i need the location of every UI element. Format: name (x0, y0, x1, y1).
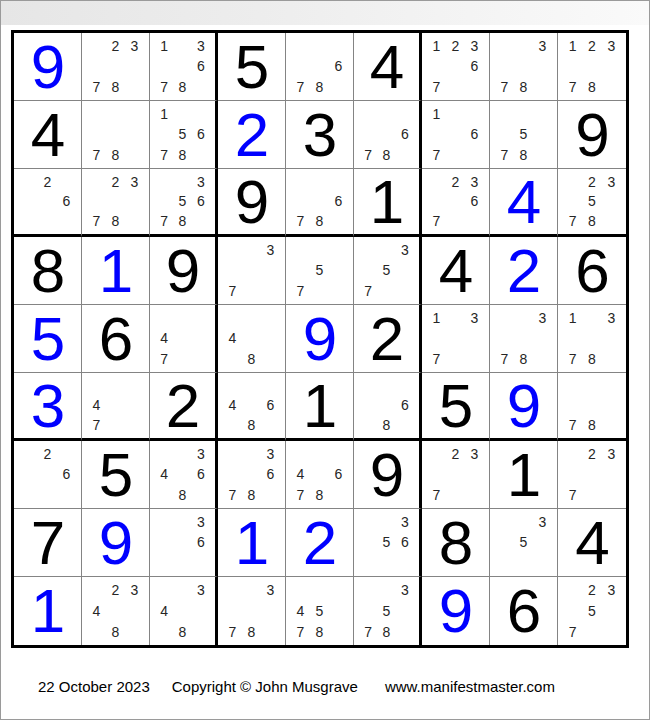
candidate-pos-6: 6 (329, 192, 348, 212)
candidate-pos-5 (377, 396, 395, 416)
candidate-pos-2: 2 (582, 172, 601, 192)
candidate-pos-8: 8 (514, 77, 533, 97)
candidate-pos-2 (377, 512, 395, 532)
cell-r8c4[interactable]: 1 (218, 509, 286, 577)
cell-r6c1[interactable]: 3 (14, 373, 82, 441)
candidate-pos-9 (396, 145, 414, 165)
candidate-pos-6 (125, 396, 144, 416)
candidate-pos-8: 8 (310, 485, 329, 505)
cell-r1c7[interactable]: 12367 (422, 33, 490, 101)
cell-r4c8[interactable]: 2 (490, 237, 558, 305)
cell-r5c4[interactable]: 48 (218, 305, 286, 373)
cell-r3c7[interactable]: 2367 (422, 169, 490, 237)
cell-r8c3[interactable]: 36 (150, 509, 218, 577)
given-digit: 5 (99, 444, 132, 506)
candidate-marks: 57 (286, 237, 353, 304)
candidate-pos-1 (427, 172, 446, 192)
cell-r6c8[interactable]: 9 (490, 373, 558, 441)
candidate-pos-8: 8 (173, 485, 191, 505)
given-digit: 5 (235, 36, 268, 98)
candidate-pos-6: 6 (192, 192, 210, 212)
given-digit: 4 (370, 36, 403, 98)
candidate-pos-9 (602, 485, 621, 505)
candidate-pos-5 (446, 192, 465, 212)
candidate-marks: 47 (150, 305, 215, 372)
candidate-pos-2 (242, 444, 261, 464)
candidate-pos-1 (563, 444, 582, 464)
candidate-pos-6 (125, 56, 144, 76)
cell-r7c5[interactable]: 4678 (286, 441, 354, 509)
candidate-pos-6: 6 (396, 124, 414, 144)
footer: 22 October 2023Copyright © John Musgrave… (38, 678, 555, 695)
candidate-pos-6 (602, 192, 621, 212)
candidate-pos-3: 3 (261, 444, 280, 464)
candidate-pos-2 (173, 512, 191, 532)
candidate-pos-9 (465, 145, 484, 165)
cell-r2c1[interactable]: 4 (14, 101, 82, 169)
candidate-pos-1 (155, 308, 173, 328)
candidate-pos-8 (446, 485, 465, 505)
candidate-pos-2 (310, 36, 329, 56)
candidate-pos-2 (582, 308, 601, 328)
footer-website: www.manifestmaster.com (385, 678, 555, 695)
candidate-pos-6: 6 (329, 464, 348, 484)
candidate-pos-9 (192, 553, 210, 573)
candidate-pos-9 (533, 349, 552, 369)
candidate-pos-3: 3 (192, 512, 210, 532)
cell-r9c5[interactable]: 4578 (286, 577, 354, 645)
candidate-pos-5 (106, 601, 125, 622)
cell-r3c6[interactable]: 1 (354, 169, 422, 237)
cell-r2c8[interactable]: 578 (490, 101, 558, 169)
candidate-pos-8 (446, 145, 465, 165)
given-digit: 9 (235, 171, 268, 233)
cell-r9c3[interactable]: 348 (150, 577, 218, 645)
cell-r9c8[interactable]: 6 (490, 577, 558, 645)
given-digit: 6 (99, 308, 132, 370)
candidate-pos-5: 5 (173, 192, 191, 212)
candidate-pos-9 (329, 485, 348, 505)
cell-r3c5[interactable]: 678 (286, 169, 354, 237)
cell-r2c9[interactable]: 9 (558, 101, 626, 169)
candidate-pos-6: 6 (192, 532, 210, 552)
candidate-pos-1 (495, 308, 514, 328)
candidate-pos-7: 7 (291, 485, 310, 505)
candidate-marks: 378 (490, 33, 557, 100)
candidate-pos-1 (563, 376, 582, 396)
cell-r3c1[interactable]: 26 (14, 169, 82, 237)
candidate-pos-1 (155, 512, 173, 532)
candidate-pos-2 (242, 376, 261, 396)
candidate-pos-4 (427, 464, 446, 484)
candidate-pos-5 (310, 464, 329, 484)
solved-digit: 3 (31, 375, 64, 437)
candidate-pos-8: 8 (106, 77, 125, 97)
cell-r7c9[interactable]: 237 (558, 441, 626, 509)
candidate-pos-8: 8 (242, 415, 261, 435)
candidate-pos-1 (155, 580, 173, 601)
candidate-pos-1 (359, 376, 377, 396)
candidate-pos-1: 1 (427, 36, 446, 56)
candidate-pos-2 (173, 308, 191, 328)
candidate-pos-9 (602, 621, 621, 642)
cell-r3c2[interactable]: 2378 (82, 169, 150, 237)
candidate-pos-4 (223, 601, 242, 622)
cell-r5c7[interactable]: 137 (422, 305, 490, 373)
candidate-pos-6: 6 (465, 192, 484, 212)
candidate-pos-4: 4 (87, 396, 106, 416)
cell-r2c4[interactable]: 2 (218, 101, 286, 169)
cell-r5c6[interactable]: 2 (354, 305, 422, 373)
cell-r5c8[interactable]: 378 (490, 305, 558, 373)
candidate-pos-5 (582, 328, 601, 348)
cell-r7c1[interactable]: 26 (14, 441, 82, 509)
candidate-pos-9 (261, 349, 280, 369)
candidate-pos-7: 7 (427, 349, 446, 369)
cell-r3c3[interactable]: 35678 (150, 169, 218, 237)
candidate-pos-5 (582, 464, 601, 484)
candidate-marks: 68 (354, 373, 419, 438)
candidate-pos-8 (173, 553, 191, 573)
candidate-pos-1 (359, 512, 377, 532)
cell-r6c6[interactable]: 68 (354, 373, 422, 441)
candidate-pos-8: 8 (582, 349, 601, 369)
candidate-pos-7 (359, 553, 377, 573)
candidate-pos-3 (57, 172, 76, 192)
cell-r6c2[interactable]: 47 (82, 373, 150, 441)
candidate-pos-7 (155, 553, 173, 573)
candidate-marks: 237 (558, 441, 626, 508)
candidate-pos-2 (446, 308, 465, 328)
cell-r7c2[interactable]: 5 (82, 441, 150, 509)
candidate-marks: 678 (354, 101, 419, 168)
cell-r7c6[interactable]: 9 (354, 441, 422, 509)
candidate-pos-9 (192, 621, 210, 642)
candidate-pos-2 (582, 376, 601, 396)
cell-r7c3[interactable]: 3468 (150, 441, 218, 509)
candidate-pos-3: 3 (533, 36, 552, 56)
cell-r3c4[interactable]: 9 (218, 169, 286, 237)
candidate-pos-8: 8 (582, 211, 601, 231)
cell-r8c5[interactable]: 2 (286, 509, 354, 577)
cell-r9c9[interactable]: 2357 (558, 577, 626, 645)
candidate-pos-9 (602, 349, 621, 369)
cell-r9c2[interactable]: 2348 (82, 577, 150, 645)
cell-r8c8[interactable]: 35 (490, 509, 558, 577)
cell-r8c1[interactable]: 7 (14, 509, 82, 577)
candidate-pos-8: 8 (377, 621, 395, 642)
cell-r1c6[interactable]: 4 (354, 33, 422, 101)
candidate-pos-8 (38, 211, 57, 231)
candidate-pos-4 (155, 192, 173, 212)
candidate-pos-1 (223, 376, 242, 396)
candidate-pos-7: 7 (291, 281, 310, 301)
cell-r6c7[interactable]: 5 (422, 373, 490, 441)
candidate-pos-5 (242, 464, 261, 484)
candidate-pos-6 (261, 328, 280, 348)
candidate-pos-6 (602, 601, 621, 622)
cell-r8c2[interactable]: 9 (82, 509, 150, 577)
candidate-pos-1: 1 (427, 308, 446, 328)
candidate-pos-2: 2 (582, 580, 601, 601)
candidate-pos-5 (310, 56, 329, 76)
candidate-pos-7: 7 (563, 621, 582, 642)
candidate-marks: 356 (354, 509, 419, 576)
candidate-pos-7 (155, 485, 173, 505)
candidate-pos-9 (396, 281, 414, 301)
candidate-pos-9 (465, 349, 484, 369)
candidate-pos-9 (329, 77, 348, 97)
cell-r7c8[interactable]: 1 (490, 441, 558, 509)
candidate-pos-5: 5 (310, 601, 329, 622)
candidate-marks: 2367 (422, 169, 489, 234)
candidate-pos-9 (329, 281, 348, 301)
solved-digit: 9 (439, 580, 472, 642)
candidate-pos-4: 4 (291, 464, 310, 484)
candidate-pos-1 (495, 104, 514, 124)
candidate-pos-8: 8 (106, 211, 125, 231)
candidate-marks: 3468 (150, 441, 215, 508)
candidate-pos-2: 2 (106, 580, 125, 601)
candidate-pos-3: 3 (261, 580, 280, 601)
candidate-pos-8: 8 (310, 77, 329, 97)
candidate-pos-7: 7 (359, 281, 377, 301)
cell-r1c8[interactable]: 378 (490, 33, 558, 101)
cell-r4c4[interactable]: 37 (218, 237, 286, 305)
cell-r1c4[interactable]: 5 (218, 33, 286, 101)
candidate-pos-4 (359, 124, 377, 144)
cell-r2c5[interactable]: 3 (286, 101, 354, 169)
cell-r9c4[interactable]: 378 (218, 577, 286, 645)
candidate-marks: 12367 (422, 33, 489, 100)
cell-r4c5[interactable]: 57 (286, 237, 354, 305)
candidate-pos-3: 3 (465, 308, 484, 328)
cell-r3c9[interactable]: 23578 (558, 169, 626, 237)
candidate-marks: 48 (218, 305, 285, 372)
candidate-pos-4 (495, 328, 514, 348)
candidate-pos-9 (57, 211, 76, 231)
cell-r5c5[interactable]: 9 (286, 305, 354, 373)
candidate-pos-6: 6 (192, 464, 210, 484)
candidate-pos-2 (377, 376, 395, 396)
candidate-pos-8 (514, 553, 533, 573)
cell-r6c4[interactable]: 468 (218, 373, 286, 441)
cell-r4c9[interactable]: 6 (558, 237, 626, 305)
given-digit: 8 (439, 512, 472, 574)
candidate-marks: 578 (490, 101, 557, 168)
candidate-pos-4 (563, 464, 582, 484)
candidate-pos-2 (310, 172, 329, 192)
candidate-pos-7 (223, 415, 242, 435)
cell-r7c7[interactable]: 237 (422, 441, 490, 509)
cell-r2c6[interactable]: 678 (354, 101, 422, 169)
candidate-pos-1: 1 (155, 36, 173, 56)
candidate-pos-1 (563, 580, 582, 601)
candidate-pos-9 (329, 211, 348, 231)
candidate-pos-3: 3 (261, 240, 280, 260)
footer-date: 22 October 2023 (38, 678, 150, 695)
given-digit: 4 (439, 240, 472, 302)
candidate-pos-3: 3 (465, 444, 484, 464)
candidate-pos-2 (446, 104, 465, 124)
candidate-marks: 26 (14, 169, 81, 234)
candidate-pos-3: 3 (533, 308, 552, 328)
cell-r4c7[interactable]: 4 (422, 237, 490, 305)
candidate-pos-7 (495, 553, 514, 573)
candidate-pos-4 (291, 260, 310, 280)
candidate-pos-7: 7 (427, 485, 446, 505)
candidate-pos-8 (242, 281, 261, 301)
candidate-pos-5 (173, 532, 191, 552)
candidate-marks: 4578 (286, 577, 353, 645)
candidate-pos-9 (192, 145, 210, 165)
cell-r7c4[interactable]: 3678 (218, 441, 286, 509)
candidate-pos-3: 3 (602, 308, 621, 328)
candidate-pos-7: 7 (87, 211, 106, 231)
candidate-pos-6: 6 (192, 56, 210, 76)
candidate-pos-9 (125, 77, 144, 97)
candidate-pos-5 (38, 464, 57, 484)
cell-r4c2[interactable]: 1 (82, 237, 150, 305)
candidate-pos-2 (514, 512, 533, 532)
candidate-pos-3 (396, 376, 414, 396)
cell-r8c6[interactable]: 356 (354, 509, 422, 577)
candidate-marks: 357 (354, 237, 419, 304)
candidate-marks: 3578 (354, 577, 419, 645)
candidate-pos-4 (291, 56, 310, 76)
candidate-pos-4 (155, 124, 173, 144)
cell-r1c5[interactable]: 678 (286, 33, 354, 101)
candidate-pos-3 (192, 308, 210, 328)
cell-r6c5[interactable]: 1 (286, 373, 354, 441)
candidate-pos-4 (563, 601, 582, 622)
candidate-pos-1 (359, 580, 377, 601)
candidate-pos-6: 6 (465, 124, 484, 144)
cell-r5c2[interactable]: 6 (82, 305, 150, 373)
cell-r1c9[interactable]: 12378 (558, 33, 626, 101)
candidate-pos-3: 3 (602, 172, 621, 192)
candidate-pos-8: 8 (173, 145, 191, 165)
solved-digit: 9 (507, 375, 540, 437)
candidate-pos-7: 7 (223, 281, 242, 301)
candidate-pos-7: 7 (87, 77, 106, 97)
candidate-marks: 47 (82, 373, 149, 438)
cell-r1c3[interactable]: 13678 (150, 33, 218, 101)
cell-r2c2[interactable]: 78 (82, 101, 150, 169)
candidate-pos-7 (359, 415, 377, 435)
candidate-pos-6: 6 (465, 56, 484, 76)
cell-r8c9[interactable]: 4 (558, 509, 626, 577)
candidate-pos-2 (377, 580, 395, 601)
cell-r8c7[interactable]: 8 (422, 509, 490, 577)
solved-digit: 9 (31, 36, 64, 98)
candidate-pos-3: 3 (465, 172, 484, 192)
cell-r9c6[interactable]: 3578 (354, 577, 422, 645)
candidate-pos-6 (261, 601, 280, 622)
candidate-pos-3: 3 (602, 444, 621, 464)
candidate-pos-5 (242, 328, 261, 348)
cell-r4c6[interactable]: 357 (354, 237, 422, 305)
candidate-pos-6 (396, 601, 414, 622)
cell-r9c7[interactable]: 9 (422, 577, 490, 645)
candidate-marks: 36 (150, 509, 215, 576)
candidate-pos-1: 1 (563, 36, 582, 56)
candidate-pos-6 (125, 124, 144, 144)
candidate-pos-9 (57, 485, 76, 505)
candidate-marks: 137 (422, 305, 489, 372)
candidate-pos-6: 6 (192, 124, 210, 144)
given-digit: 4 (575, 512, 608, 574)
candidate-pos-8 (446, 211, 465, 231)
cell-r9c1[interactable]: 1 (14, 577, 82, 645)
cell-r2c7[interactable]: 167 (422, 101, 490, 169)
candidate-pos-2 (514, 36, 533, 56)
cell-r1c2[interactable]: 2378 (82, 33, 150, 101)
candidate-pos-5 (106, 124, 125, 144)
candidate-pos-3 (329, 36, 348, 56)
candidate-pos-4 (495, 532, 514, 552)
cell-r5c9[interactable]: 1378 (558, 305, 626, 373)
candidate-pos-2 (514, 104, 533, 124)
cell-r4c3[interactable]: 9 (150, 237, 218, 305)
candidate-pos-7 (19, 211, 38, 231)
candidate-pos-3: 3 (396, 240, 414, 260)
cell-r5c3[interactable]: 47 (150, 305, 218, 373)
candidate-pos-8: 8 (514, 349, 533, 369)
candidate-pos-4 (427, 192, 446, 212)
candidate-pos-8 (377, 281, 395, 301)
candidate-pos-6 (465, 464, 484, 484)
candidate-pos-3 (192, 104, 210, 124)
candidate-pos-7 (19, 485, 38, 505)
candidate-pos-5 (514, 328, 533, 348)
candidate-pos-8: 8 (242, 485, 261, 505)
cell-r3c8[interactable]: 4 (490, 169, 558, 237)
candidate-pos-6 (533, 532, 552, 552)
candidate-pos-7: 7 (155, 145, 173, 165)
cell-r6c3[interactable]: 2 (150, 373, 218, 441)
candidate-pos-1 (291, 580, 310, 601)
candidate-marks: 2348 (82, 577, 149, 645)
solved-digit: 1 (235, 512, 268, 574)
candidate-pos-5 (446, 56, 465, 76)
given-digit: 9 (166, 240, 199, 302)
candidate-pos-1 (19, 172, 38, 192)
candidate-pos-9 (396, 553, 414, 573)
candidate-pos-6 (533, 124, 552, 144)
cell-r6c9[interactable]: 78 (558, 373, 626, 441)
cell-r1c1[interactable]: 9 (14, 33, 82, 101)
cell-r4c1[interactable]: 8 (14, 237, 82, 305)
candidate-marks: 348 (150, 577, 215, 645)
candidate-pos-3 (329, 444, 348, 464)
candidate-pos-2 (377, 104, 395, 124)
candidate-pos-9 (533, 553, 552, 573)
cell-r2c3[interactable]: 15678 (150, 101, 218, 169)
candidate-pos-6 (602, 464, 621, 484)
candidate-pos-6 (261, 260, 280, 280)
candidate-marks: 678 (286, 33, 353, 100)
candidate-pos-1 (223, 240, 242, 260)
given-digit: 2 (370, 308, 403, 370)
candidate-pos-8: 8 (377, 415, 395, 435)
candidate-pos-6: 6 (57, 192, 76, 212)
candidate-pos-1 (87, 376, 106, 396)
cell-r5c1[interactable]: 5 (14, 305, 82, 373)
candidate-pos-3: 3 (465, 36, 484, 56)
candidate-pos-6: 6 (396, 396, 414, 416)
candidate-pos-1: 1 (155, 104, 173, 124)
